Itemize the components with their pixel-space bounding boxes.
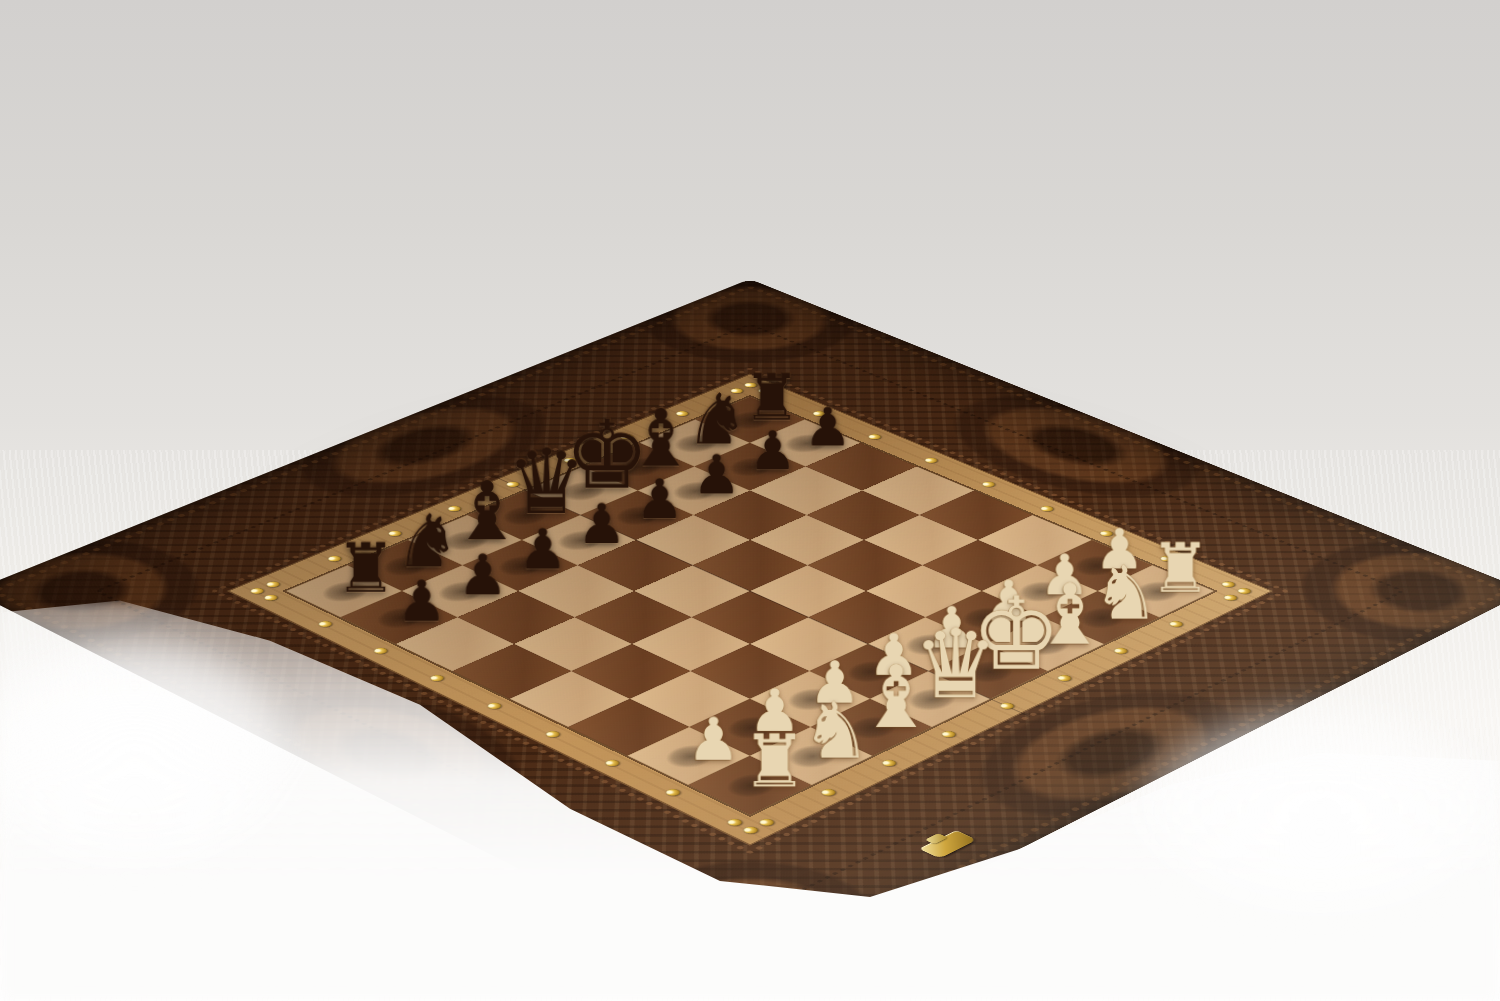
photo-scene: ♜♞♝♛♚♝♞♜♟♟♟♟♟♟♟♟♟♟♟♟♟♟♟♟♜♞♝♛♚♝♞♜	[0, 0, 1500, 1001]
perspective-container: ♜♞♝♛♚♝♞♜♟♟♟♟♟♟♟♟♟♟♟♟♟♟♟♟♜♞♝♛♚♝♞♜	[0, 0, 1500, 1001]
piece-black-pawn[interactable]: ♟	[380, 574, 463, 628]
chess-box: ♜♞♝♛♚♝♞♜♟♟♟♟♟♟♟♟♟♟♟♟♟♟♟♟♜♞♝♛♚♝♞♜	[0, 279, 1500, 986]
piece-white-rook[interactable]: ♜	[731, 727, 819, 796]
